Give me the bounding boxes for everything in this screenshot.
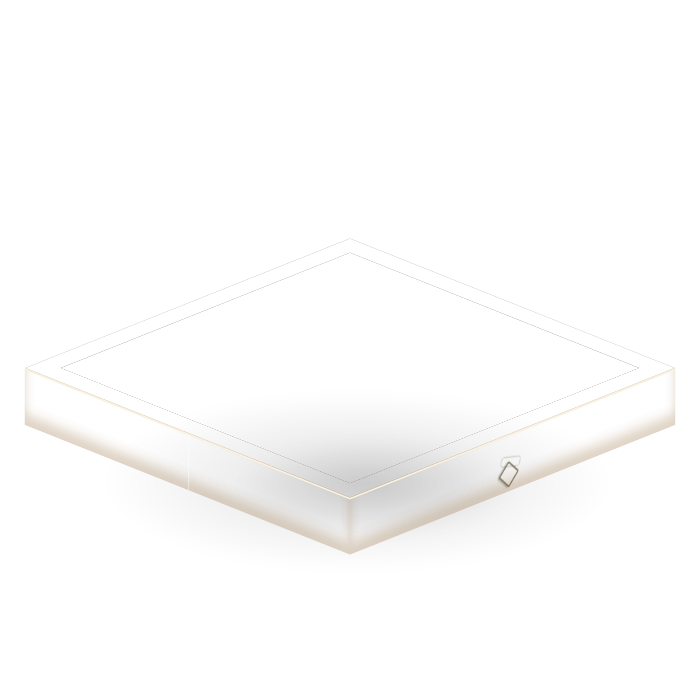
- fold-seam-side: [186, 434, 188, 490]
- chess-box: [25, 238, 676, 497]
- product-photo: [0, 0, 700, 700]
